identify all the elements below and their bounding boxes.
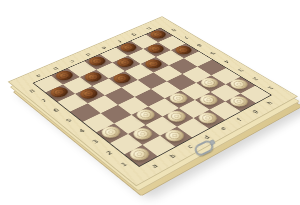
coord-label-2: 2 xyxy=(105,150,114,156)
clasp-pin xyxy=(209,139,216,146)
coord-label-h: h xyxy=(144,26,151,30)
coord-label-5: 5 xyxy=(208,51,216,55)
coord-label-f: f xyxy=(115,39,121,42)
coord-label-6: 6 xyxy=(52,108,60,113)
coord-label-b: b xyxy=(168,153,177,159)
coord-label-7: 7 xyxy=(181,35,188,39)
coord-label-h: h xyxy=(266,101,274,106)
coord-label-2: 2 xyxy=(250,76,258,81)
coord-label-d: d xyxy=(84,52,91,56)
coord-label-1: 1 xyxy=(265,85,273,90)
coord-label-3: 3 xyxy=(235,67,243,71)
coord-label-a: a xyxy=(34,73,41,77)
coord-label-8: 8 xyxy=(28,89,36,94)
checkers-board: aabbccddeeffgghh1122334455667788 xyxy=(8,16,298,186)
coord-label-1: 1 xyxy=(119,161,128,167)
coord-label-e: e xyxy=(99,45,106,49)
coord-label-8: 8 xyxy=(169,27,176,31)
coord-label-5: 5 xyxy=(65,118,73,123)
coord-label-4: 4 xyxy=(221,59,229,63)
coord-label-c: c xyxy=(68,59,75,63)
coord-label-7: 7 xyxy=(40,98,48,103)
coord-label-6: 6 xyxy=(194,43,201,47)
coord-label-a: a xyxy=(151,163,160,169)
coord-label-e: e xyxy=(219,126,228,131)
coord-label-4: 4 xyxy=(78,128,86,133)
coord-label-g: g xyxy=(130,33,137,37)
product-photo: aabbccddeeffgghh1122334455667788 xyxy=(0,0,300,205)
coord-label-g: g xyxy=(251,109,259,114)
coord-label-3: 3 xyxy=(91,139,99,145)
board-grid xyxy=(34,28,271,166)
coord-label-f: f xyxy=(236,118,243,122)
coord-label-b: b xyxy=(51,66,58,70)
